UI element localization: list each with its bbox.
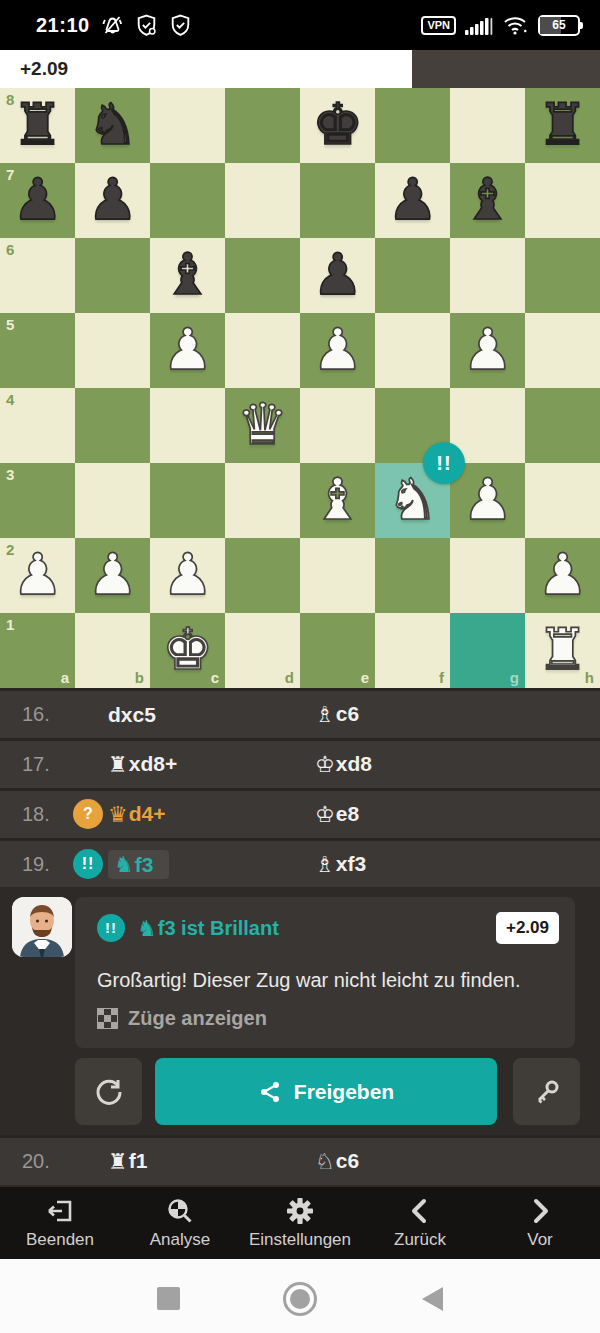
square-c2[interactable]: ♟ [150, 538, 225, 613]
square-c4[interactable] [150, 388, 225, 463]
brilliant-badge-icon: !! [97, 914, 125, 942]
square-a3[interactable]: 3 [0, 463, 75, 538]
move-number: 16. [22, 691, 50, 738]
analysis-panel: !! ♞f3 ist Brillant +2.09 Großartig! Die… [0, 887, 600, 1135]
white-pawn-h2: ♟ [525, 538, 600, 613]
bishop-icon: ♗ [315, 852, 335, 877]
move-text: f3 [135, 853, 154, 877]
square-b8[interactable]: ♞ [75, 88, 150, 163]
vpn-badge: VPN [421, 16, 456, 35]
move-black-20[interactable]: ♘c6 [315, 1138, 359, 1185]
square-h4[interactable] [525, 388, 600, 463]
black-bishop-c6: ♝ [150, 238, 225, 313]
white-king-c1: ♚ [150, 613, 225, 688]
status-bar: 21:10 [0, 0, 600, 50]
square-a5[interactable]: 5 [0, 313, 75, 388]
nav-label: Vor [527, 1230, 553, 1250]
exit-icon [45, 1197, 75, 1225]
mistake-badge-icon: ? [73, 799, 103, 829]
move-text: e8 [336, 802, 359, 827]
king-icon: ♔ [315, 752, 335, 777]
square-c3[interactable] [150, 463, 225, 538]
wifi-icon [502, 13, 530, 37]
square-b1[interactable]: b [75, 613, 150, 688]
white-pawn-c5: ♟ [150, 313, 225, 388]
square-d4[interactable]: ♛ [225, 388, 300, 463]
shield-check-icon [168, 13, 193, 38]
square-e4[interactable] [300, 388, 375, 463]
retry-button[interactable] [75, 1058, 142, 1125]
square-g8[interactable] [450, 88, 525, 163]
evaluation-value: +2.09 [20, 58, 68, 80]
rank-label-1: 1 [6, 616, 14, 633]
key-icon [532, 1077, 562, 1107]
square-h1[interactable]: h♜ [525, 613, 600, 688]
square-a4[interactable]: 4 [0, 388, 75, 463]
knight-icon: ♞ [114, 852, 134, 877]
square-f7[interactable]: ♟ [375, 163, 450, 238]
settings-icon [286, 1197, 314, 1225]
move-row-19: 19.!!♞f3♗xf3 [0, 841, 600, 888]
feedback-title: ♞f3 ist Brillant [137, 916, 279, 941]
square-e2[interactable] [300, 538, 375, 613]
square-b3[interactable] [75, 463, 150, 538]
file-label-g: g [510, 669, 519, 686]
square-f2[interactable] [375, 538, 450, 613]
move-row-20: 20.♜f1♘c6 [0, 1138, 600, 1185]
key-button[interactable] [513, 1058, 580, 1125]
white-bishop-e3: ♝ [300, 463, 375, 538]
shield-sync-icon [134, 13, 159, 38]
battery-icon: 65 [538, 15, 580, 36]
square-d2[interactable] [225, 538, 300, 613]
black-pawn-f7: ♟ [375, 163, 450, 238]
brilliant-move-badge: !! [423, 442, 465, 484]
square-e6[interactable]: ♟ [300, 238, 375, 313]
nav-label: Zurück [394, 1230, 446, 1250]
black-knight-b8: ♞ [75, 88, 150, 163]
square-f5[interactable] [375, 313, 450, 388]
white-pawn-e5: ♟ [300, 313, 375, 388]
move-number: 20. [22, 1138, 50, 1185]
move-number: 18. [22, 791, 50, 838]
move-white-19[interactable]: ♞f3 [108, 841, 169, 888]
refresh-icon [93, 1076, 125, 1108]
share-button[interactable]: Freigeben [155, 1058, 497, 1125]
white-queen-d4: ♛ [225, 388, 300, 463]
nav-item-vor[interactable]: Vor [480, 1187, 600, 1259]
share-icon [258, 1080, 282, 1104]
black-rook-h8: ♜ [525, 88, 600, 163]
square-d8[interactable] [225, 88, 300, 163]
move-text: f1 [129, 1149, 148, 1174]
move-text: xd8 [336, 752, 372, 777]
square-e3[interactable]: ♝ [300, 463, 375, 538]
square-g7[interactable]: ♝ [450, 163, 525, 238]
square-h6[interactable] [525, 238, 600, 313]
square-b7[interactable]: ♟ [75, 163, 150, 238]
white-rook-h1: ♜ [525, 613, 600, 688]
android-nav-bar [0, 1259, 600, 1333]
square-e8[interactable]: ♚ [300, 88, 375, 163]
nav-item-analyse[interactable]: Analyse [120, 1187, 240, 1259]
square-g1[interactable]: g [450, 613, 525, 688]
square-h2[interactable]: ♟ [525, 538, 600, 613]
bottom-nav: Beenden Analyse [0, 1187, 600, 1259]
move-text: c6 [336, 702, 359, 727]
android-home-button[interactable] [283, 1282, 317, 1316]
square-h7[interactable] [525, 163, 600, 238]
move-white-16[interactable]: dxc5 [108, 691, 156, 738]
black-rook-a8: ♜ [0, 88, 75, 163]
move-text: c6 [336, 1149, 359, 1174]
square-b2[interactable]: ♟ [75, 538, 150, 613]
nav-label: Beenden [26, 1230, 94, 1250]
file-label-f: f [439, 669, 444, 686]
black-pawn-a7: ♟ [0, 163, 75, 238]
move-number: 19. [22, 841, 50, 888]
move-text: xf3 [336, 852, 366, 877]
rank-label-3: 3 [6, 466, 14, 483]
black-bishop-g7: ♝ [450, 163, 525, 238]
square-d1[interactable]: d [225, 613, 300, 688]
move-text: d4+ [129, 802, 166, 827]
square-c5[interactable]: ♟ [150, 313, 225, 388]
square-e5[interactable]: ♟ [300, 313, 375, 388]
square-d7[interactable] [225, 163, 300, 238]
queen-icon: ♛ [108, 802, 128, 827]
move-black-17[interactable]: ♔xd8 [315, 741, 372, 788]
nav-label: Analyse [150, 1230, 210, 1250]
square-d5[interactable] [225, 313, 300, 388]
share-label: Freigeben [294, 1080, 394, 1104]
back-icon [408, 1197, 432, 1225]
move-row-16: 16.dxc5♗c6 [0, 691, 600, 738]
forward-icon [528, 1197, 552, 1225]
square-h5[interactable] [525, 313, 600, 388]
android-recents-button[interactable] [157, 1287, 180, 1310]
rank-label-4: 4 [6, 391, 14, 408]
square-h3[interactable] [525, 463, 600, 538]
square-a2[interactable]: 2♟ [0, 538, 75, 613]
nav-item-zurueck[interactable]: Zurück [360, 1187, 480, 1259]
move-row-17: 17.♜xd8+♔xd8 [0, 741, 600, 788]
move-white-18[interactable]: ♛d4+ [108, 791, 166, 838]
move-white-17[interactable]: ♜xd8+ [108, 741, 177, 788]
white-pawn-a2: ♟ [0, 538, 75, 613]
file-label-e: e [361, 669, 369, 686]
king-icon: ♔ [315, 802, 335, 827]
file-label-d: d [285, 669, 294, 686]
white-pawn-g5: ♟ [450, 313, 525, 388]
square-c1[interactable]: c♚ [150, 613, 225, 688]
move-feedback-card: !! ♞f3 ist Brillant +2.09 Großartig! Die… [75, 897, 575, 1048]
evaluation-badge: +2.09 [496, 912, 559, 944]
square-c6[interactable]: ♝ [150, 238, 225, 313]
square-a6[interactable]: 6 [0, 238, 75, 313]
evaluation-white-side: +2.09 [0, 50, 412, 88]
square-a7[interactable]: 7♟ [0, 163, 75, 238]
move-black-19[interactable]: ♗xf3 [315, 841, 366, 888]
white-pawn-c2: ♟ [150, 538, 225, 613]
bishop-icon: ♗ [315, 702, 335, 727]
white-pawn-b2: ♟ [75, 538, 150, 613]
analysis-icon [165, 1197, 195, 1225]
square-a8[interactable]: 8♜ [0, 88, 75, 163]
move-white-20[interactable]: ♜f1 [108, 1138, 147, 1185]
square-f6[interactable] [375, 238, 450, 313]
square-d6[interactable] [225, 238, 300, 313]
black-pawn-b7: ♟ [75, 163, 150, 238]
move-text: xd8+ [129, 752, 177, 777]
square-a1[interactable]: 1a [0, 613, 75, 688]
square-f8[interactable] [375, 88, 450, 163]
battery-level: 65 [552, 18, 565, 32]
show-moves-button[interactable]: Züge anzeigen [97, 1007, 267, 1030]
avatar [12, 897, 72, 957]
black-king-e8: ♚ [300, 88, 375, 163]
square-e1[interactable]: e [300, 613, 375, 688]
square-c8[interactable] [150, 88, 225, 163]
file-label-a: a [61, 669, 69, 686]
nav-item-einstellungen[interactable]: Einstellungen [240, 1187, 360, 1259]
signal-icon [464, 13, 494, 37]
square-g6[interactable] [450, 238, 525, 313]
square-h8[interactable]: ♜ [525, 88, 600, 163]
chess-board: 8♜♞♚♜7♟♟♟♝6♝♟5♟♟♟4♛3♝♞♟2♟♟♟♟1abc♚defgh♜!… [0, 88, 600, 688]
square-b6[interactable] [75, 238, 150, 313]
square-g5[interactable]: ♟ [450, 313, 525, 388]
square-b5[interactable] [75, 313, 150, 388]
mute-icon [99, 12, 125, 38]
knight-icon: ♞ [137, 916, 157, 941]
square-d3[interactable] [225, 463, 300, 538]
move-black-16[interactable]: ♗c6 [315, 691, 359, 738]
square-c7[interactable] [150, 163, 225, 238]
rook-icon: ♜ [108, 752, 128, 777]
clock: 21:10 [36, 14, 90, 37]
file-label-b: b [135, 669, 144, 686]
nav-label: Einstellungen [249, 1230, 351, 1250]
brilliant-badge-icon: !! [73, 849, 103, 879]
knight-icon: ♘ [315, 1149, 335, 1174]
square-g2[interactable] [450, 538, 525, 613]
move-list: 16.dxc5♗c617.♜xd8+♔xd818.?♛d4+♔e819.!!♞f… [0, 688, 600, 888]
black-pawn-e6: ♟ [300, 238, 375, 313]
nav-item-beenden[interactable]: Beenden [0, 1187, 120, 1259]
move-row-18: 18.?♛d4+♔e8 [0, 791, 600, 838]
evaluation-bar: +2.09 [0, 50, 600, 88]
board-grid-icon [97, 1008, 118, 1029]
square-e7[interactable] [300, 163, 375, 238]
square-f1[interactable]: f [375, 613, 450, 688]
square-b4[interactable] [75, 388, 150, 463]
android-back-button[interactable] [422, 1287, 443, 1311]
move-number: 17. [22, 741, 50, 788]
rook-icon: ♜ [108, 1149, 128, 1174]
move-text: dxc5 [108, 703, 156, 727]
move-black-18[interactable]: ♔e8 [315, 791, 359, 838]
chess-app-screen: 21:10 [0, 0, 600, 1333]
feedback-comment: Großartig! Dieser Zug war nicht leicht z… [97, 969, 559, 992]
move-list-continued: 20.♜f1♘c6 [0, 1135, 600, 1185]
rank-label-5: 5 [6, 316, 14, 333]
rank-label-6: 6 [6, 241, 14, 258]
